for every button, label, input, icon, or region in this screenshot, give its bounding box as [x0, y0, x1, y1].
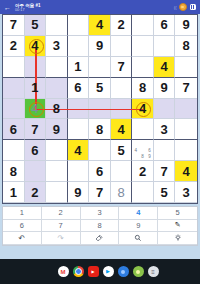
- cell-r4c4[interactable]: 6: [68, 78, 90, 99]
- cell-r6c3[interactable]: 9: [46, 119, 68, 140]
- numpad-3[interactable]: 3: [81, 207, 120, 220]
- numpad-6[interactable]: 6: [3, 220, 42, 233]
- cell-r2c3[interactable]: 3: [46, 36, 68, 57]
- user-digit: 8: [117, 186, 124, 199]
- cell-r1c1[interactable]: 7: [3, 15, 25, 36]
- cell-r7c5[interactable]: [89, 140, 111, 161]
- cell-r9c3[interactable]: [46, 182, 68, 203]
- sudoku-board: 7542692439817416589748467984364546898627…: [2, 14, 198, 204]
- cell-r6c5[interactable]: 8: [89, 119, 111, 140]
- given-digit: 1: [31, 81, 38, 94]
- given-digit: 8: [10, 165, 17, 178]
- cell-r3c9[interactable]: [175, 57, 197, 78]
- given-digit: 9: [183, 18, 190, 31]
- cell-r7c3[interactable]: [46, 140, 68, 161]
- given-digit: 8: [53, 102, 60, 115]
- given-digit: 6: [74, 81, 81, 94]
- given-digit: 5: [96, 81, 103, 94]
- cell-r1c4[interactable]: [68, 15, 90, 36]
- cell-r6c7[interactable]: [132, 119, 154, 140]
- given-digit: 6: [10, 123, 17, 136]
- cell-r3c5[interactable]: [89, 57, 111, 78]
- cell-r9c2[interactable]: 2: [25, 182, 47, 203]
- numpad-4[interactable]: 4: [119, 207, 158, 220]
- numpad-9[interactable]: 9: [119, 220, 158, 233]
- given-digit: 7: [161, 165, 168, 178]
- given-digit: 4: [161, 60, 168, 73]
- cell-r6c8[interactable]: 3: [154, 119, 176, 140]
- number-pad: 1 2 3 4 5 6 7 8 9 ✎ ↶ ↷: [2, 206, 198, 246]
- cell-r5c1[interactable]: [3, 99, 25, 120]
- cell-r8c3[interactable]: [46, 161, 68, 182]
- cell-r9c8[interactable]: 5: [154, 182, 176, 203]
- given-digit: 1: [74, 60, 81, 73]
- cell-r3c3[interactable]: [46, 57, 68, 78]
- given-digit: 3: [53, 39, 60, 52]
- given-digit: 1: [10, 186, 17, 199]
- cell-r8c2[interactable]: [25, 161, 47, 182]
- cell-r3c7[interactable]: [132, 57, 154, 78]
- app-bar: ← 아주 쉬움 #1 00:17 ((: [0, 0, 200, 14]
- cell-r5c8[interactable]: [154, 99, 176, 120]
- cell-r1c2[interactable]: 5: [25, 15, 47, 36]
- cell-r2c5[interactable]: 9: [89, 36, 111, 57]
- given-digit: 8: [139, 81, 146, 94]
- sudoku-app-screen: ← 아주 쉬움 #1 00:17 (( 75426924398174165897…: [0, 0, 200, 284]
- pencil-icon[interactable]: ✎: [158, 220, 197, 233]
- cell-r9c1[interactable]: 1: [3, 182, 25, 203]
- pause-button[interactable]: [190, 4, 197, 11]
- cell-r8c5[interactable]: 6: [89, 161, 111, 182]
- cell-r2c6[interactable]: [111, 36, 133, 57]
- cell-r4c6[interactable]: [111, 78, 133, 99]
- cell-r4c8[interactable]: 9: [154, 78, 176, 99]
- back-icon[interactable]: ←: [4, 4, 11, 11]
- menu-app-icon[interactable]: ≡: [148, 266, 159, 277]
- given-digit: 4: [183, 165, 190, 178]
- cell-r1c7[interactable]: [132, 15, 154, 36]
- cell-r2c1[interactable]: 2: [3, 36, 25, 57]
- given-digit: 9: [74, 186, 81, 199]
- cell-r7c1[interactable]: [3, 140, 25, 161]
- cell-r7c8[interactable]: [154, 140, 176, 161]
- undo-icon[interactable]: ↶: [3, 232, 42, 245]
- user-digit: 4: [31, 102, 38, 115]
- cell-r8c7[interactable]: 2: [132, 161, 154, 182]
- title-box: 아주 쉬움 #1 00:17: [15, 3, 41, 12]
- cell-r1c3[interactable]: [46, 15, 68, 36]
- cell-r1c9[interactable]: 9: [175, 15, 197, 36]
- eraser-icon[interactable]: [81, 232, 120, 245]
- system-shelf: M ▶ ▶ ≡: [0, 259, 200, 284]
- given-digit: 3: [183, 186, 190, 199]
- cell-r6c9[interactable]: [175, 119, 197, 140]
- given-digit: 8: [183, 39, 190, 52]
- cell-r6c1[interactable]: 6: [3, 119, 25, 140]
- cell-r8c4[interactable]: [68, 161, 90, 182]
- cell-r9c7[interactable]: [132, 182, 154, 203]
- given-digit: 4: [96, 18, 103, 31]
- given-digit: 7: [96, 186, 103, 199]
- cell-r2c9[interactable]: 8: [175, 36, 197, 57]
- given-digit: 7: [183, 81, 190, 94]
- cell-r9c6[interactable]: 8: [111, 182, 133, 203]
- cell-r8c9[interactable]: 4: [175, 161, 197, 182]
- given-digit: 5: [31, 18, 38, 31]
- cell-r4c3[interactable]: [46, 78, 68, 99]
- cell-r4c7[interactable]: 8: [132, 78, 154, 99]
- given-digit: 9: [161, 81, 168, 94]
- cell-r2c8[interactable]: [154, 36, 176, 57]
- numpad-8[interactable]: 8: [81, 220, 120, 233]
- cell-r9c4[interactable]: 9: [68, 182, 90, 203]
- numpad-1[interactable]: 1: [3, 207, 42, 220]
- coin-icon[interactable]: [179, 3, 187, 11]
- numpad-7[interactable]: 7: [42, 220, 81, 233]
- given-digit: 5: [117, 144, 124, 157]
- cell-r4c9[interactable]: 7: [175, 78, 197, 99]
- cell-r6c6[interactable]: 4: [111, 119, 133, 140]
- cell-r9c5[interactable]: 7: [89, 182, 111, 203]
- given-digit: 4: [74, 144, 81, 157]
- given-digit: 2: [10, 39, 17, 52]
- given-digit: 5: [161, 186, 168, 199]
- cell-r8c8[interactable]: 7: [154, 161, 176, 182]
- cell-r7c9[interactable]: [175, 140, 197, 161]
- redo-icon[interactable]: ↷: [42, 232, 81, 245]
- given-digit: 7: [31, 123, 38, 136]
- given-digit: 2: [31, 186, 38, 199]
- chrome-icon[interactable]: [73, 266, 84, 277]
- given-digit: 4: [139, 102, 146, 115]
- given-digit: 9: [53, 123, 60, 136]
- cell-r2c7[interactable]: [132, 36, 154, 57]
- numpad-2[interactable]: 2: [42, 207, 81, 220]
- numpad-5[interactable]: 5: [158, 207, 197, 220]
- laurel-icon: ((: [174, 5, 177, 10]
- cell-r1c6[interactable]: 2: [111, 15, 133, 36]
- given-digit: 2: [139, 165, 146, 178]
- cell-r7c2[interactable]: 6: [25, 140, 47, 161]
- notes-grid: 4689: [132, 140, 153, 160]
- cell-r3c1[interactable]: [3, 57, 25, 78]
- given-digit: 6: [31, 144, 38, 157]
- cell-r3c6[interactable]: 7: [111, 57, 133, 78]
- given-digit: 7: [117, 60, 124, 73]
- cell-r6c2[interactable]: 7: [25, 119, 47, 140]
- cell-r1c8[interactable]: 6: [154, 15, 176, 36]
- given-digit: 8: [96, 123, 103, 136]
- given-digit: 3: [161, 123, 168, 136]
- cell-r9c9[interactable]: 3: [175, 182, 197, 203]
- gmail-icon[interactable]: M: [58, 266, 69, 277]
- play-store-icon[interactable]: ▶: [103, 266, 114, 277]
- timer: 00:17: [15, 8, 41, 12]
- cell-r7c6[interactable]: 5: [111, 140, 133, 161]
- given-digit: 2: [117, 18, 124, 31]
- cell-r6c4[interactable]: [68, 119, 90, 140]
- cell-r7c7[interactable]: 4689: [132, 140, 154, 161]
- hint-icon[interactable]: [158, 232, 197, 245]
- given-digit: 6: [161, 18, 168, 31]
- cell-r2c4[interactable]: [68, 36, 90, 57]
- cell-r8c1[interactable]: 8: [3, 161, 25, 182]
- given-digit: 6: [96, 165, 103, 178]
- cell-r3c8[interactable]: 4: [154, 57, 176, 78]
- cell-r7c4[interactable]: 4: [68, 140, 90, 161]
- search-icon[interactable]: [119, 232, 158, 245]
- cell-r3c4[interactable]: 1: [68, 57, 90, 78]
- cell-r8c6[interactable]: [111, 161, 133, 182]
- files-icon[interactable]: [118, 266, 129, 277]
- play-games-icon[interactable]: [133, 266, 144, 277]
- cell-r4c1[interactable]: [3, 78, 25, 99]
- given-digit: 4: [31, 39, 38, 52]
- cell-r5c9[interactable]: [175, 99, 197, 120]
- youtube-icon[interactable]: ▶: [88, 266, 99, 277]
- cell-r4c5[interactable]: 5: [89, 78, 111, 99]
- given-digit: 7: [10, 18, 17, 31]
- cell-r1c5[interactable]: 4: [89, 15, 111, 36]
- given-digit: 9: [96, 39, 103, 52]
- given-digit: 4: [117, 123, 124, 136]
